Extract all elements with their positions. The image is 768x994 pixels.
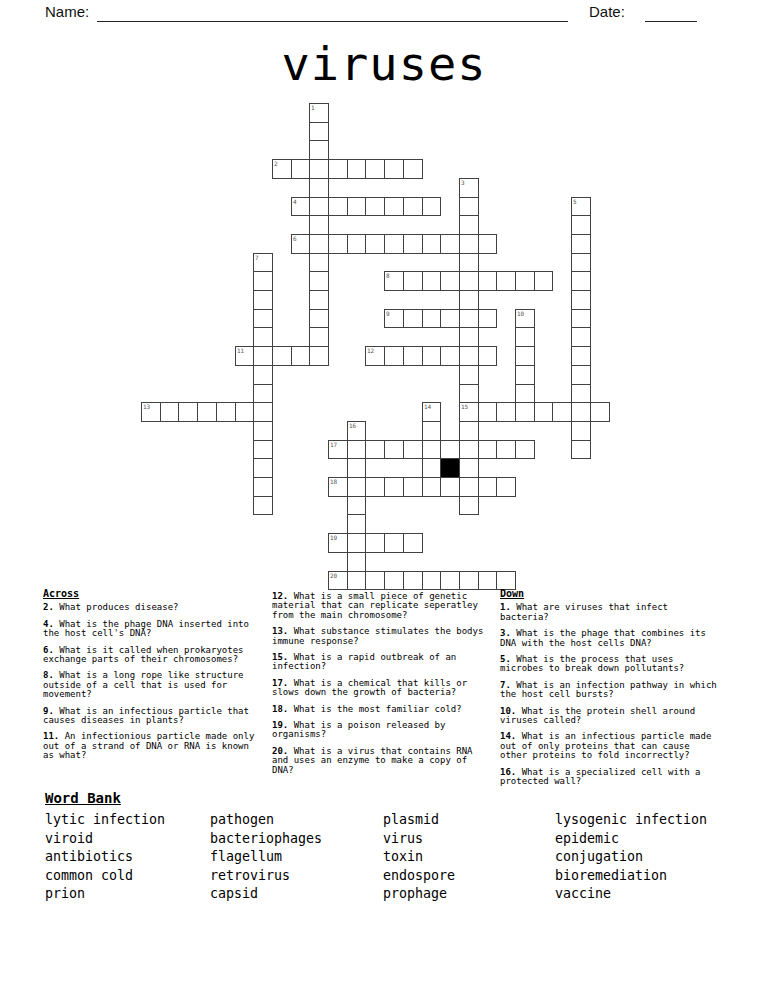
clue: 7. What is an infection pathway in which…	[500, 681, 719, 700]
grid-cell[interactable]: 16	[347, 421, 366, 441]
grid-cell[interactable]	[459, 309, 479, 328]
word-bank-header: Word Bank	[45, 790, 121, 806]
grid-cell[interactable]	[365, 571, 385, 590]
grid-cell[interactable]	[347, 234, 366, 254]
clue: 2. What produces disease?	[43, 603, 262, 612]
grid-cell[interactable]	[515, 327, 535, 347]
date-line[interactable]	[645, 21, 697, 22]
grid-cell[interactable]	[309, 215, 329, 235]
clues-down-column: Down1. What are viruses that infect bact…	[500, 589, 719, 794]
grid-cell[interactable]	[235, 402, 254, 422]
word-bank-item: virus	[383, 830, 455, 849]
clue-num: 1.	[500, 602, 511, 612]
clue-number: 8	[386, 272, 390, 279]
clue-section-header: Down	[500, 589, 719, 598]
clue-number: 7	[255, 254, 259, 261]
grid-cell[interactable]	[253, 346, 273, 366]
grid-cell[interactable]: 9	[384, 309, 404, 328]
clue-num: 17.	[272, 678, 288, 688]
clue-number: 13	[143, 403, 150, 410]
black-cell	[440, 458, 460, 478]
grid-cell[interactable]	[422, 197, 441, 216]
clue-number: 5	[573, 198, 577, 205]
grid-cell[interactable]	[403, 234, 423, 254]
grid-cell[interactable]	[496, 440, 516, 459]
grid-cell[interactable]	[309, 122, 329, 141]
grid-cell[interactable]	[253, 365, 273, 385]
page-title: viruses	[0, 36, 768, 91]
grid-cell[interactable]	[328, 197, 348, 216]
grid-cell[interactable]	[347, 571, 366, 590]
grid-cell[interactable]	[272, 346, 292, 366]
grid-cell[interactable]	[515, 346, 535, 366]
clue-number: 15	[461, 403, 468, 410]
grid-cell[interactable]	[590, 402, 610, 422]
grid-cell[interactable]	[571, 440, 591, 459]
grid-cell[interactable]	[478, 571, 497, 590]
word-bank-item: plasmid	[383, 811, 455, 830]
clue: 15. What is a rapid outbreak of an infec…	[272, 653, 491, 672]
clue-num: 5.	[500, 654, 511, 664]
clue: 17. What is a chemical that kills or slo…	[272, 679, 491, 698]
word-bank-item: bacteriophages	[210, 830, 322, 849]
clue-number: 2	[274, 160, 278, 167]
grid-cell[interactable]	[347, 159, 366, 179]
grid-cell[interactable]	[515, 365, 535, 385]
grid-cell[interactable]	[571, 327, 591, 347]
word-bank-item: viroid	[45, 830, 165, 849]
clue-number: 10	[517, 310, 524, 317]
grid-cell[interactable]	[384, 440, 404, 459]
word-bank-item: pathogen	[210, 811, 322, 830]
clues-middle-column: 12. What is a small piece of genetic mat…	[272, 592, 491, 782]
grid-cell[interactable]	[403, 159, 423, 179]
grid-cell[interactable]	[309, 178, 329, 198]
grid-cell[interactable]	[365, 159, 385, 179]
clue-number: 12	[367, 347, 374, 354]
clue-num: 7.	[500, 680, 511, 690]
name-label: Name:	[45, 3, 89, 20]
grid-cell[interactable]	[347, 440, 366, 459]
grid-cell[interactable]	[178, 402, 198, 422]
grid-cell[interactable]: 1	[309, 103, 329, 123]
grid-cell[interactable]	[384, 533, 404, 553]
grid-cell[interactable]	[347, 458, 366, 478]
word-bank-column-1: lytic infectionviroidantibioticscommon c…	[45, 811, 165, 904]
grid-cell[interactable]: 3	[459, 178, 479, 198]
grid-cell[interactable]	[309, 327, 329, 347]
grid-cell[interactable]	[384, 477, 404, 497]
grid-cell[interactable]	[571, 234, 591, 254]
grid-cell[interactable]	[571, 253, 591, 272]
grid-cell[interactable]	[253, 309, 273, 328]
grid-cell[interactable]	[459, 290, 479, 310]
grid-cell[interactable]	[422, 309, 441, 328]
clue-section-header: Across	[43, 589, 262, 598]
grid-cell[interactable]	[459, 421, 479, 441]
clue-number: 17	[330, 441, 337, 448]
clue: 1. What are viruses that infect bacteria…	[500, 603, 719, 622]
grid-cell[interactable]	[459, 365, 479, 385]
grid-cell[interactable]	[403, 271, 423, 291]
clue-num: 13.	[272, 626, 288, 636]
name-line[interactable]	[97, 21, 568, 22]
word-bank-item: antibiotics	[45, 848, 165, 867]
clue-number: 6	[293, 235, 297, 242]
grid-cell[interactable]	[365, 440, 385, 459]
grid-cell[interactable]: 13	[141, 402, 161, 422]
grid-cell[interactable]	[571, 271, 591, 291]
clue: 16. What is a specialized cell with a pr…	[500, 768, 719, 787]
worksheet-page: Name: Date: viruses 24689111213151718192…	[0, 0, 768, 994]
word-bank-item: common cold	[45, 867, 165, 886]
grid-cell[interactable]	[422, 346, 441, 366]
word-bank-item: prophage	[383, 885, 455, 904]
grid-cell[interactable]	[459, 234, 479, 254]
grid-cell[interactable]	[478, 271, 497, 291]
grid-cell[interactable]	[384, 346, 404, 366]
grid-cell[interactable]: 10	[515, 309, 535, 328]
word-bank-item: bioremediation	[555, 867, 707, 886]
grid-cell[interactable]	[459, 458, 479, 478]
grid-cell[interactable]	[309, 271, 329, 291]
grid-cell[interactable]	[365, 197, 385, 216]
grid-cell[interactable]	[571, 402, 591, 422]
grid-cell[interactable]	[291, 346, 310, 366]
grid-cell[interactable]	[422, 477, 441, 497]
clue: 13. What substance stimulates the bodys …	[272, 627, 491, 646]
grid-cell[interactable]	[309, 140, 329, 160]
clue-num: 2.	[43, 602, 54, 612]
grid-cell[interactable]	[440, 571, 460, 590]
word-bank-column-3: plasmidvirustoxinendosporeprophage	[383, 811, 455, 904]
grid-cell[interactable]	[347, 496, 366, 515]
grid-cell[interactable]	[384, 159, 404, 179]
grid-cell[interactable]	[459, 215, 479, 235]
clue: 6. What is it called when prokaryotes ex…	[43, 646, 262, 665]
grid-cell[interactable]	[309, 309, 329, 328]
word-bank-item: capsid	[210, 885, 322, 904]
grid-cell[interactable]	[384, 197, 404, 216]
grid-cell[interactable]	[365, 234, 385, 254]
date-label: Date:	[589, 3, 625, 20]
grid-cell[interactable]	[403, 571, 423, 590]
grid-cell[interactable]	[422, 271, 441, 291]
clue: 18. What is the most familiar cold?	[272, 705, 491, 714]
grid-cell[interactable]: 15	[459, 402, 479, 422]
grid-cell[interactable]	[403, 477, 423, 497]
grid-cell[interactable]	[422, 421, 441, 441]
grid-cell[interactable]: 7	[253, 253, 273, 272]
clue-number: 1	[311, 104, 315, 111]
grid-cell[interactable]	[160, 402, 179, 422]
grid-cell[interactable]	[440, 346, 460, 366]
grid-cell[interactable]	[478, 309, 497, 328]
grid-cell[interactable]	[422, 458, 441, 478]
grid-cell[interactable]	[478, 234, 497, 254]
grid-cell[interactable]	[253, 271, 273, 291]
grid-cell[interactable]	[309, 234, 329, 254]
grid-cell[interactable]	[253, 384, 273, 403]
grid-cell[interactable]	[253, 421, 273, 441]
clue-num: 4.	[43, 619, 54, 629]
word-bank-item: lysogenic infection	[555, 811, 707, 830]
grid-cell[interactable]	[496, 402, 516, 422]
grid-cell[interactable]	[197, 402, 217, 422]
clue-number: 11	[237, 347, 244, 354]
grid-cell[interactable]	[403, 533, 423, 553]
grid-cell[interactable]	[347, 533, 366, 553]
grid-cell[interactable]	[291, 159, 310, 179]
grid-cell[interactable]	[496, 477, 516, 497]
word-bank-item: retrovirus	[210, 867, 322, 886]
word-bank-item: toxin	[383, 848, 455, 867]
grid-cell[interactable]	[253, 458, 273, 478]
clue-num: 11.	[43, 731, 59, 741]
clue-number: 9	[386, 310, 390, 317]
clue-num: 19.	[272, 720, 288, 730]
grid-cell[interactable]	[478, 440, 497, 459]
clue-number: 16	[349, 422, 356, 429]
clue: 19. What is a poison released by organis…	[272, 721, 491, 740]
grid-cell[interactable]: 4	[291, 197, 310, 216]
grid-cell[interactable]	[253, 327, 273, 347]
grid-cell[interactable]	[571, 290, 591, 310]
clue: 10. What is the protein shell around vir…	[500, 707, 719, 726]
clue-number: 3	[461, 179, 465, 186]
grid-cell[interactable]: 19	[328, 533, 348, 553]
clue: 8. What is a long rope like structure ou…	[43, 671, 262, 699]
clue: 20. What is a virus that contains RNA an…	[272, 747, 491, 775]
clue-num: 12.	[272, 591, 288, 601]
clue-number: 14	[424, 403, 431, 410]
grid-cell[interactable]	[253, 290, 273, 310]
grid-cell[interactable]: 8	[384, 271, 404, 291]
clue-number: 18	[330, 478, 337, 485]
grid-cell[interactable]	[459, 346, 479, 366]
word-bank-item: conjugation	[555, 848, 707, 867]
grid-cell[interactable]	[384, 234, 404, 254]
grid-cell[interactable]	[459, 327, 479, 347]
grid-cell[interactable]	[571, 384, 591, 403]
grid-cell[interactable]	[422, 234, 441, 254]
grid-cell[interactable]	[347, 197, 366, 216]
clue-num: 10.	[500, 706, 516, 716]
grid-cell[interactable]	[365, 477, 385, 497]
clue-number: 19	[330, 534, 337, 541]
grid-cell[interactable]	[478, 346, 497, 366]
word-bank-item: flagellum	[210, 848, 322, 867]
clue-num: 16.	[500, 767, 516, 777]
grid-cell[interactable]	[459, 384, 479, 403]
grid-cell[interactable]	[403, 309, 423, 328]
grid-cell[interactable]	[515, 384, 535, 403]
clue-num: 18.	[272, 704, 288, 714]
grid-cell[interactable]	[253, 402, 273, 422]
grid-cell[interactable]	[478, 477, 497, 497]
clue-num: 14.	[500, 731, 516, 741]
grid-cell[interactable]	[309, 159, 329, 179]
grid-cell[interactable]	[459, 253, 479, 272]
grid-cell[interactable]	[459, 197, 479, 216]
clue-num: 15.	[272, 652, 288, 662]
grid-cell[interactable]: 17	[328, 440, 348, 459]
word-bank-column-2: pathogenbacteriophagesflagellumretroviru…	[210, 811, 322, 904]
grid-cell[interactable]	[309, 290, 329, 310]
crossword-grid: 2468911121315171819201357101416	[141, 103, 609, 589]
grid-cell[interactable]	[459, 271, 479, 291]
grid-cell[interactable]	[515, 271, 535, 291]
grid-cell[interactable]	[459, 477, 479, 497]
word-bank-column-4: lysogenic infectionepidemicconjugationbi…	[555, 811, 707, 904]
grid-cell[interactable]	[253, 477, 273, 497]
clue-num: 3.	[500, 628, 511, 638]
clue: 3. What is the phage that combines its D…	[500, 629, 719, 648]
grid-cell[interactable]: 5	[571, 197, 591, 216]
grid-cell[interactable]	[552, 402, 572, 422]
grid-cell[interactable]	[365, 533, 385, 553]
grid-cell[interactable]: 14	[422, 402, 441, 422]
grid-cell[interactable]: 11	[235, 346, 254, 366]
clue: 11. An infectionious particle made only …	[43, 732, 262, 760]
grid-cell[interactable]	[347, 477, 366, 497]
word-bank-item: prion	[45, 885, 165, 904]
grid-cell[interactable]	[328, 159, 348, 179]
grid-cell[interactable]: 18	[328, 477, 348, 497]
grid-cell[interactable]	[253, 440, 273, 459]
grid-cell[interactable]	[309, 197, 329, 216]
grid-cell[interactable]	[534, 271, 553, 291]
grid-cell[interactable]	[422, 571, 441, 590]
grid-cell[interactable]	[440, 271, 460, 291]
grid-cell[interactable]	[478, 402, 497, 422]
clue: 9. What is an infectious particle that c…	[43, 707, 262, 726]
grid-cell[interactable]	[253, 496, 273, 515]
grid-cell[interactable]	[571, 309, 591, 328]
grid-cell[interactable]	[422, 440, 441, 459]
clue-num: 20.	[272, 746, 288, 756]
grid-cell[interactable]	[309, 346, 329, 366]
grid-cell[interactable]	[328, 234, 348, 254]
grid-cell[interactable]	[440, 234, 460, 254]
clues-across-column: Across2. What produces disease?4. What i…	[43, 589, 262, 768]
grid-cell[interactable]	[216, 402, 236, 422]
word-bank-item: epidemic	[555, 830, 707, 849]
word-bank-item: endospore	[383, 867, 455, 886]
grid-cell[interactable]	[459, 496, 479, 515]
grid-cell[interactable]	[403, 346, 423, 366]
grid-cell[interactable]	[440, 477, 460, 497]
clue: 14. What is an infectious particle made …	[500, 732, 719, 760]
grid-cell[interactable]	[515, 402, 535, 422]
clue: 4. What is the phage DNA inserted into t…	[43, 620, 262, 639]
grid-cell[interactable]	[571, 365, 591, 385]
clue-num: 8.	[43, 670, 54, 680]
clue-num: 6.	[43, 645, 54, 655]
grid-cell[interactable]: 12	[365, 346, 385, 366]
grid-cell[interactable]: 2	[272, 159, 292, 179]
clue-number: 4	[293, 198, 297, 205]
grid-cell[interactable]	[403, 197, 423, 216]
grid-cell[interactable]	[496, 271, 516, 291]
grid-cell[interactable]	[571, 215, 591, 235]
clue-num: 9.	[43, 706, 54, 716]
grid-cell[interactable]	[534, 402, 553, 422]
clue: 5. What is the process that uses microbe…	[500, 655, 719, 674]
grid-cell[interactable]	[571, 421, 591, 441]
grid-cell[interactable]	[459, 571, 479, 590]
clue-number: 20	[330, 572, 337, 579]
word-bank-item: vaccine	[555, 885, 707, 904]
grid-cell[interactable]	[347, 514, 366, 534]
grid-cell[interactable]	[515, 440, 535, 459]
word-bank-item: lytic infection	[45, 811, 165, 830]
grid-cell[interactable]	[571, 346, 591, 366]
grid-cell[interactable]	[384, 571, 404, 590]
grid-cell[interactable]	[309, 253, 329, 272]
grid-cell[interactable]	[403, 440, 423, 459]
grid-cell[interactable]	[347, 552, 366, 572]
grid-cell[interactable]	[459, 440, 479, 459]
grid-cell[interactable]: 20	[328, 571, 348, 590]
grid-cell[interactable]	[440, 440, 460, 459]
grid-cell[interactable]: 6	[291, 234, 310, 254]
grid-cell[interactable]	[440, 309, 460, 328]
clue: 12. What is a small piece of genetic mat…	[272, 592, 491, 620]
